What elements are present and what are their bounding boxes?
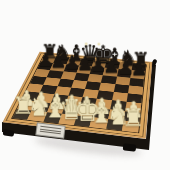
black-pawn: ♟: [76, 54, 89, 73]
white-bishop: ♝: [90, 100, 106, 127]
square-h1: ♜: [122, 120, 139, 132]
square-g7: ♟: [117, 69, 132, 77]
black-pawn: ♟: [130, 59, 144, 78]
black-pawn: ♟: [37, 50, 50, 69]
square-f7: ♟: [103, 68, 118, 76]
white-king: ♚: [74, 95, 90, 125]
board-grid: ♜♞♝♛♚♝♞♜♟♟♟♟♟♟♟♟♟♟♟♟♟♟♟♟♜♞♝♛♚♝♞♜: [12, 55, 145, 132]
black-pawn: ♟: [63, 53, 76, 72]
square-g1: ♞: [106, 119, 124, 131]
white-knight: ♞: [28, 95, 44, 120]
black-pawn: ♟: [103, 56, 117, 75]
black-pawn: ♟: [90, 55, 104, 74]
white-rook: ♜: [122, 106, 138, 131]
plaque-text-lines: [40, 126, 62, 136]
white-knight: ♞: [106, 103, 122, 129]
square-f1: ♝: [90, 117, 108, 129]
chess-set-photo: ♜♞♝♛♚♝♞♜♟♟♟♟♟♟♟♟♟♟♟♟♟♟♟♟♜♞♝♛♚♝♞♜: [0, 0, 170, 170]
white-rook: ♜: [12, 94, 28, 118]
black-pawn: ♟: [117, 57, 131, 76]
square-e5: [85, 81, 101, 90]
square-h7: ♟: [130, 70, 145, 79]
square-h6: [129, 78, 144, 87]
board-foot: [3, 129, 15, 136]
white-queen: ♛: [58, 95, 74, 124]
black-pawn: ♟: [50, 51, 63, 70]
white-bishop: ♝: [43, 95, 59, 122]
board-foot: [123, 143, 137, 152]
square-g6: [115, 76, 130, 85]
